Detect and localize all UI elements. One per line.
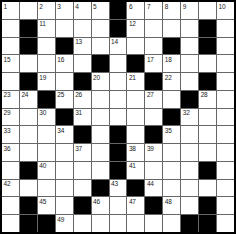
white-square[interactable]: 32 [181, 109, 198, 126]
white-square[interactable]: 46 [92, 197, 109, 214]
white-square[interactable]: 10 [217, 2, 234, 19]
white-square[interactable] [217, 180, 234, 197]
white-square[interactable]: 31 [74, 109, 91, 126]
white-square[interactable] [199, 144, 216, 161]
clue-number: 24 [21, 91, 28, 98]
white-square[interactable] [74, 162, 91, 179]
black-square [74, 197, 91, 214]
black-square [127, 55, 144, 72]
white-square[interactable]: 5 [92, 2, 109, 19]
clue-number: 25 [57, 91, 64, 98]
clue-number: 36 [4, 145, 11, 152]
white-square[interactable]: 21 [127, 73, 144, 90]
crossword-grid: 1234567891011121314151617181920212223242… [0, 0, 236, 234]
white-square[interactable] [145, 109, 162, 126]
white-square[interactable]: 8 [163, 2, 180, 19]
white-square[interactable] [145, 162, 162, 179]
white-square[interactable] [92, 20, 109, 37]
white-square[interactable] [199, 55, 216, 72]
white-square[interactable]: 23 [2, 91, 19, 108]
white-square[interactable] [217, 144, 234, 161]
clue-number: 14 [111, 38, 118, 45]
white-square[interactable]: 22 [163, 73, 180, 90]
white-square[interactable] [20, 2, 37, 19]
white-square[interactable] [217, 38, 234, 55]
white-square[interactable] [217, 73, 234, 90]
clue-number: 11 [39, 20, 45, 27]
clue-number: 47 [129, 198, 136, 205]
white-square[interactable]: 12 [127, 20, 144, 37]
white-square[interactable] [56, 197, 73, 214]
white-square[interactable] [163, 215, 180, 232]
white-square[interactable] [217, 91, 234, 108]
white-square[interactable]: 2 [38, 2, 55, 19]
white-square[interactable] [163, 91, 180, 108]
white-square[interactable] [199, 2, 216, 19]
clue-number: 28 [201, 91, 208, 98]
black-square [145, 197, 162, 214]
black-square [56, 109, 73, 126]
white-square[interactable] [163, 162, 180, 179]
clue-number: 22 [165, 74, 172, 81]
white-square[interactable] [181, 55, 198, 72]
clue-number: 44 [147, 180, 154, 187]
white-square[interactable] [20, 144, 37, 161]
white-square[interactable] [199, 109, 216, 126]
clue-number: 23 [4, 91, 11, 98]
white-square[interactable] [92, 215, 109, 232]
white-square[interactable]: 30 [38, 109, 55, 126]
black-square [145, 73, 162, 90]
white-square[interactable] [127, 215, 144, 232]
white-square[interactable] [110, 55, 127, 72]
clue-number: 26 [75, 91, 82, 98]
black-square [74, 73, 91, 90]
black-square [56, 38, 73, 55]
clue-number: 2 [39, 3, 42, 10]
white-square[interactable]: 28 [199, 91, 216, 108]
clue-number: 17 [147, 56, 154, 63]
white-square[interactable] [127, 38, 144, 55]
clue-number: 48 [165, 198, 172, 205]
clue-number: 41 [129, 162, 136, 169]
white-square[interactable] [38, 126, 55, 143]
white-square[interactable] [110, 73, 127, 90]
clue-number: 34 [57, 127, 64, 134]
white-square[interactable] [181, 38, 198, 55]
white-square[interactable]: 19 [38, 73, 55, 90]
black-square [110, 2, 127, 19]
white-square[interactable] [145, 38, 162, 55]
white-square[interactable]: 40 [38, 162, 55, 179]
white-square[interactable] [110, 91, 127, 108]
white-square[interactable] [217, 215, 234, 232]
clue-number: 3 [57, 3, 60, 10]
clue-number: 10 [219, 3, 226, 10]
black-square [181, 215, 198, 232]
white-square[interactable] [127, 126, 144, 143]
white-square[interactable] [92, 91, 109, 108]
clue-number: 20 [93, 74, 100, 81]
black-square [38, 215, 55, 232]
white-square[interactable] [56, 73, 73, 90]
white-square[interactable]: 9 [181, 2, 198, 19]
white-square[interactable] [127, 91, 144, 108]
white-square[interactable]: 38 [127, 144, 144, 161]
black-square [20, 162, 37, 179]
white-square[interactable] [2, 73, 19, 90]
white-square[interactable] [74, 215, 91, 232]
black-square [20, 20, 37, 37]
clue-number: 12 [129, 20, 136, 27]
clue-number: 16 [57, 56, 64, 63]
white-square[interactable] [127, 109, 144, 126]
clue-number: 39 [147, 145, 154, 152]
white-square[interactable] [38, 144, 55, 161]
white-square[interactable]: 14 [110, 38, 127, 55]
white-square[interactable]: 41 [127, 162, 144, 179]
clue-number: 15 [4, 56, 11, 63]
clue-number: 1 [4, 3, 7, 10]
white-square[interactable] [181, 20, 198, 37]
clue-number: 40 [39, 162, 46, 169]
clue-number: 13 [75, 38, 82, 45]
white-square[interactable]: 11 [38, 20, 55, 37]
white-square[interactable]: 44 [145, 180, 162, 197]
clue-number: 33 [4, 127, 11, 134]
white-square[interactable] [145, 215, 162, 232]
white-square[interactable] [217, 162, 234, 179]
white-square[interactable]: 36 [2, 144, 19, 161]
white-square[interactable] [163, 20, 180, 37]
clue-number: 8 [165, 3, 168, 10]
clue-number: 43 [111, 180, 118, 187]
white-square[interactable] [181, 73, 198, 90]
black-square [110, 162, 127, 179]
black-square [181, 91, 198, 108]
white-square[interactable]: 33 [2, 126, 19, 143]
white-square[interactable] [38, 38, 55, 55]
white-square[interactable] [20, 109, 37, 126]
white-square[interactable] [163, 144, 180, 161]
black-square [20, 197, 37, 214]
white-square[interactable]: 29 [2, 109, 19, 126]
clue-number: 46 [93, 198, 100, 205]
clue-number: 42 [4, 180, 11, 187]
black-square [163, 38, 180, 55]
white-square[interactable] [217, 109, 234, 126]
white-square[interactable]: 26 [74, 91, 91, 108]
white-square[interactable] [92, 144, 109, 161]
white-square[interactable]: 48 [163, 197, 180, 214]
white-square[interactable]: 39 [145, 144, 162, 161]
white-square[interactable] [38, 180, 55, 197]
clue-number: 27 [147, 91, 154, 98]
clue-number: 37 [75, 145, 82, 152]
clue-number: 7 [147, 3, 150, 10]
clue-number: 6 [129, 3, 132, 10]
white-square[interactable] [145, 20, 162, 37]
clue-number: 21 [129, 74, 136, 81]
clue-number: 19 [39, 74, 46, 81]
white-square[interactable] [20, 126, 37, 143]
black-square [110, 20, 127, 37]
black-square [20, 215, 37, 232]
white-square[interactable]: 17 [145, 55, 162, 72]
black-square [199, 20, 216, 37]
clue-number: 30 [39, 109, 46, 116]
white-square[interactable]: 20 [92, 73, 109, 90]
white-square[interactable] [74, 55, 91, 72]
white-square[interactable] [181, 162, 198, 179]
clue-number: 45 [39, 198, 46, 205]
white-square[interactable]: 27 [145, 91, 162, 108]
clue-number: 35 [165, 127, 172, 134]
white-square[interactable] [163, 180, 180, 197]
white-square[interactable] [181, 126, 198, 143]
white-square[interactable]: 16 [56, 55, 73, 72]
black-square [38, 91, 55, 108]
white-square[interactable] [20, 180, 37, 197]
white-square[interactable] [217, 197, 234, 214]
white-square[interactable]: 35 [163, 126, 180, 143]
white-square[interactable] [56, 180, 73, 197]
white-square[interactable] [92, 109, 109, 126]
white-square[interactable] [217, 55, 234, 72]
black-square [20, 38, 37, 55]
black-square [127, 180, 144, 197]
white-square[interactable] [74, 180, 91, 197]
clue-number: 29 [4, 109, 11, 116]
white-square[interactable] [181, 197, 198, 214]
white-square[interactable]: 47 [127, 197, 144, 214]
white-square[interactable] [2, 38, 19, 55]
clue-number: 49 [57, 216, 64, 223]
clue-number: 4 [75, 3, 78, 10]
white-square[interactable] [92, 38, 109, 55]
white-square[interactable] [2, 197, 19, 214]
white-square[interactable] [181, 144, 198, 161]
black-square [199, 162, 216, 179]
white-square[interactable]: 13 [74, 38, 91, 55]
black-square [199, 38, 216, 55]
white-square[interactable] [199, 126, 216, 143]
black-square [74, 126, 91, 143]
white-square[interactable] [20, 55, 37, 72]
white-square[interactable]: 37 [74, 144, 91, 161]
white-square[interactable]: 1 [2, 2, 19, 19]
clue-number: 31 [75, 109, 82, 116]
white-square[interactable] [92, 162, 109, 179]
white-square[interactable] [92, 126, 109, 143]
white-square[interactable] [2, 215, 19, 232]
white-square[interactable] [56, 144, 73, 161]
black-square [199, 73, 216, 90]
white-square[interactable]: 49 [56, 215, 73, 232]
white-square[interactable]: 7 [145, 2, 162, 19]
black-square [20, 73, 37, 90]
black-square [92, 180, 109, 197]
white-square[interactable]: 45 [38, 197, 55, 214]
clue-number: 5 [93, 3, 96, 10]
white-square[interactable] [2, 20, 19, 37]
white-square[interactable]: 15 [2, 55, 19, 72]
white-square[interactable] [74, 20, 91, 37]
white-square[interactable]: 4 [74, 2, 91, 19]
black-square [110, 126, 127, 143]
white-square[interactable]: 3 [56, 2, 73, 19]
white-square[interactable] [199, 180, 216, 197]
clue-number: 18 [165, 56, 172, 63]
white-square[interactable] [38, 55, 55, 72]
white-square[interactable]: 42 [2, 180, 19, 197]
white-square[interactable] [110, 197, 127, 214]
white-square[interactable] [56, 162, 73, 179]
clue-number: 38 [129, 145, 136, 152]
black-square [145, 126, 162, 143]
white-square[interactable]: 6 [127, 2, 144, 19]
white-square[interactable]: 25 [56, 91, 73, 108]
black-square [110, 144, 127, 161]
clue-number: 9 [183, 3, 186, 10]
clue-number: 32 [183, 109, 190, 116]
white-square[interactable]: 24 [20, 91, 37, 108]
white-square[interactable]: 34 [56, 126, 73, 143]
white-square[interactable] [181, 180, 198, 197]
black-square [199, 197, 216, 214]
white-square[interactable] [56, 20, 73, 37]
white-square[interactable] [110, 109, 127, 126]
white-square[interactable] [217, 20, 234, 37]
black-square [199, 215, 216, 232]
black-square [163, 109, 180, 126]
white-square[interactable] [217, 126, 234, 143]
black-square [92, 55, 109, 72]
white-square[interactable]: 43 [110, 180, 127, 197]
white-square[interactable] [2, 162, 19, 179]
white-square[interactable]: 18 [163, 55, 180, 72]
white-square[interactable] [110, 215, 127, 232]
